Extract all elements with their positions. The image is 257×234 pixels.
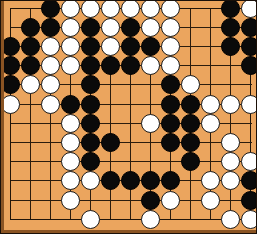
white-stone <box>61 171 80 190</box>
black-stone <box>101 171 120 190</box>
white-stone <box>201 114 220 133</box>
black-stone <box>81 95 100 114</box>
board-grid-hline <box>11 219 252 220</box>
board-shadow-left <box>1 1 4 234</box>
white-stone <box>61 18 80 37</box>
black-stone <box>21 37 40 56</box>
white-stone <box>161 0 180 18</box>
white-stone <box>221 133 240 152</box>
board-grid-hline <box>11 142 252 143</box>
white-stone <box>81 0 100 18</box>
black-stone <box>121 56 140 75</box>
white-stone <box>161 191 180 210</box>
black-stone <box>181 114 200 133</box>
white-stone <box>201 171 220 190</box>
black-stone <box>141 37 160 56</box>
white-stone <box>121 0 140 18</box>
black-stone <box>161 114 180 133</box>
white-stone <box>201 95 220 114</box>
white-stone <box>41 37 60 56</box>
black-stone <box>81 75 100 94</box>
black-stone <box>101 133 120 152</box>
white-stone <box>41 75 60 94</box>
white-stone <box>61 37 80 56</box>
black-stone <box>81 18 100 37</box>
black-stone <box>121 171 140 190</box>
white-stone <box>61 114 80 133</box>
black-stone <box>121 37 140 56</box>
white-stone <box>81 171 100 190</box>
white-stone <box>101 18 120 37</box>
white-stone <box>61 152 80 171</box>
black-stone <box>141 171 160 190</box>
black-stone <box>101 56 120 75</box>
white-stone <box>141 210 160 229</box>
black-stone <box>81 56 100 75</box>
black-stone <box>81 114 100 133</box>
black-stone <box>161 95 180 114</box>
white-stone <box>221 95 240 114</box>
black-stone <box>241 56 257 75</box>
white-stone <box>101 0 120 18</box>
white-stone <box>241 0 257 18</box>
white-stone <box>61 0 80 18</box>
white-stone <box>61 56 80 75</box>
white-stone <box>141 18 160 37</box>
white-stone <box>241 210 257 229</box>
white-stone <box>221 171 240 190</box>
black-stone <box>221 0 240 18</box>
black-stone <box>221 37 240 56</box>
black-stone <box>221 18 240 37</box>
go-board[interactable] <box>0 0 257 234</box>
white-stone <box>21 75 40 94</box>
white-stone <box>181 75 200 94</box>
white-stone <box>61 133 80 152</box>
black-stone <box>181 133 200 152</box>
black-stone <box>241 18 257 37</box>
black-stone <box>161 171 180 190</box>
black-stone <box>81 133 100 152</box>
board-shadow-bottom <box>1 230 257 234</box>
white-stone <box>241 152 257 171</box>
black-stone <box>81 152 100 171</box>
white-stone <box>101 37 120 56</box>
board-grid-hline <box>11 161 252 162</box>
white-stone <box>81 210 100 229</box>
white-stone <box>141 0 160 18</box>
black-stone <box>241 37 257 56</box>
black-stone <box>41 18 60 37</box>
black-stone <box>181 152 200 171</box>
white-stone <box>161 18 180 37</box>
black-stone <box>61 95 80 114</box>
white-stone <box>141 114 160 133</box>
white-stone <box>221 152 240 171</box>
white-stone <box>201 191 220 210</box>
white-stone <box>161 56 180 75</box>
white-stone <box>61 191 80 210</box>
white-stone <box>241 95 257 114</box>
black-stone <box>141 191 160 210</box>
black-stone <box>181 95 200 114</box>
white-stone <box>41 56 60 75</box>
white-stone <box>41 95 60 114</box>
black-stone <box>21 18 40 37</box>
white-stone <box>141 56 160 75</box>
black-stone <box>241 191 257 210</box>
black-stone <box>81 37 100 56</box>
black-stone <box>121 18 140 37</box>
black-stone <box>41 0 60 18</box>
black-stone <box>161 133 180 152</box>
white-stone <box>161 37 180 56</box>
black-stone <box>161 75 180 94</box>
black-stone <box>241 171 257 190</box>
black-stone <box>21 56 40 75</box>
white-stone <box>221 210 240 229</box>
